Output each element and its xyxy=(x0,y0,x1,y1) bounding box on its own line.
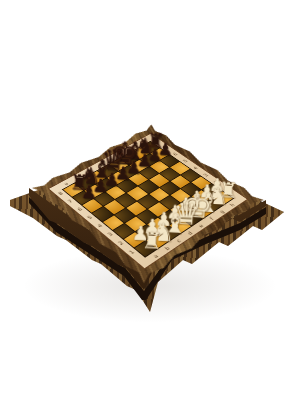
board-scene: abcdefgh abcdefgh 87654321 87654321 ♜♞♝♛… xyxy=(0,0,300,400)
pieces-layer: ♜♞♝♛♚♝♞♜♟♟♟♟♟♟♟♟♟♟♟♟♟♟♟♟♜♞♝♛♚♝♞♜ xyxy=(63,142,232,257)
chess-board: abcdefgh abcdefgh 87654321 87654321 ♜♞♝♛… xyxy=(29,123,266,285)
black-pawn-a7: ♟ xyxy=(66,182,111,203)
product-photo: abcdefgh abcdefgh 87654321 87654321 ♜♞♝♛… xyxy=(0,0,300,400)
white-rook-a1: ♜ xyxy=(128,228,176,253)
